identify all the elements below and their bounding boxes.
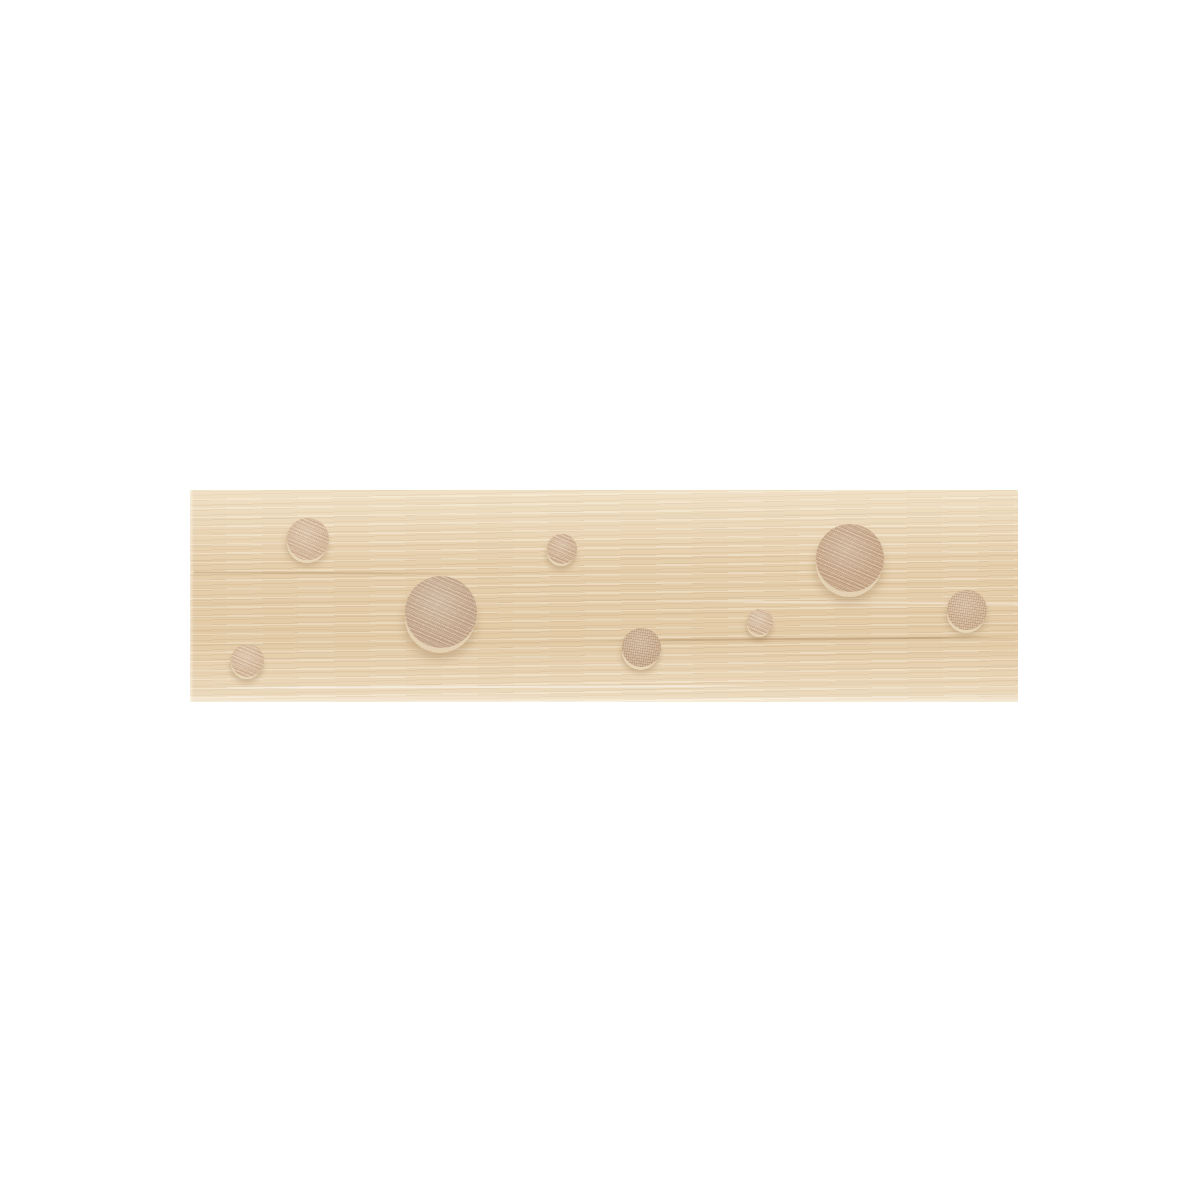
wooden-knob-4-small-topmid: [547, 534, 577, 564]
product-photo-stage: [0, 0, 1200, 1200]
wooden-knob-2-medium-topleft: [287, 518, 329, 560]
wood-grain-streak: [660, 600, 1200, 605]
wooden-knob-5-medium-bottom: [622, 628, 661, 667]
wooden-knob-6-small-right: [747, 609, 773, 635]
wood-grain-crack: [194, 571, 464, 574]
wood-grain-streak: [208, 685, 768, 689]
wooden-knob-3-large-center: [405, 576, 477, 648]
wooden-knob-1-small-left: [231, 644, 264, 677]
wooden-knob-8-medium-right: [947, 590, 987, 630]
wooden-knob-7-large-topright: [816, 524, 884, 592]
